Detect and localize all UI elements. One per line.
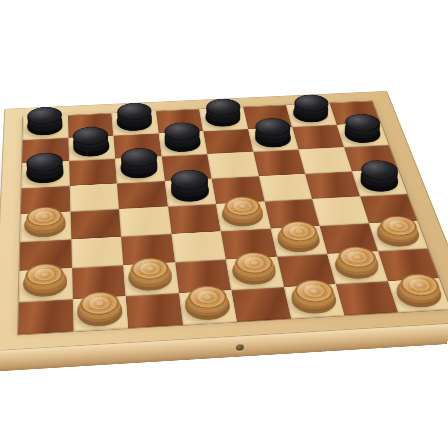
square-c7[interactable] [123, 262, 178, 295]
wood-checker-h8[interactable] [394, 282, 443, 309]
clasp-screw-hole [236, 344, 244, 351]
wood-checker-b8[interactable] [78, 300, 121, 328]
square-h8[interactable] [387, 278, 448, 312]
square-h4[interactable] [351, 169, 407, 197]
square-g1[interactable] [286, 103, 336, 127]
square-g4[interactable] [305, 171, 360, 199]
square-f6[interactable] [270, 226, 327, 257]
black-checker-c3[interactable] [120, 159, 158, 180]
square-d6[interactable] [171, 231, 226, 262]
black-checker-g1[interactable] [291, 105, 330, 124]
square-c4[interactable] [117, 181, 168, 209]
square-h2[interactable] [336, 122, 388, 147]
square-c8[interactable] [126, 293, 183, 328]
square-e1[interactable] [199, 107, 247, 131]
square-e7[interactable] [226, 257, 284, 290]
square-b8[interactable] [72, 296, 128, 332]
black-checker-h2[interactable] [342, 125, 383, 144]
square-e5[interactable] [216, 201, 270, 231]
board-grid [18, 101, 448, 335]
square-b5[interactable] [70, 209, 121, 239]
wood-checker-e7[interactable] [232, 260, 277, 286]
square-d2[interactable] [158, 131, 207, 156]
wood-checker-f6[interactable] [276, 229, 320, 253]
square-e2[interactable] [203, 129, 253, 154]
black-checker-h4[interactable] [357, 172, 400, 194]
square-a3[interactable] [21, 161, 69, 188]
square-c1[interactable] [112, 111, 159, 135]
square-e8[interactable] [231, 287, 291, 322]
black-checker-c1[interactable] [117, 114, 153, 133]
square-f8[interactable] [284, 284, 345, 319]
square-g2[interactable] [292, 125, 344, 150]
square-f3[interactable] [253, 150, 305, 176]
square-c3[interactable] [115, 156, 164, 183]
square-e3[interactable] [207, 152, 258, 179]
square-g5[interactable] [312, 196, 368, 225]
wood-checker-c7[interactable] [129, 266, 172, 292]
square-a5[interactable] [20, 212, 71, 242]
square-b4[interactable] [69, 183, 119, 211]
square-a7[interactable] [19, 268, 73, 302]
wood-checker-a5[interactable] [26, 215, 65, 239]
black-checker-a3[interactable] [27, 164, 64, 185]
black-checker-d4[interactable] [170, 181, 210, 203]
wood-checker-g7[interactable] [334, 255, 381, 281]
wood-checker-h6[interactable] [375, 224, 421, 248]
square-a1[interactable] [23, 115, 68, 139]
black-checker-e1[interactable] [204, 110, 242, 129]
square-a8[interactable] [18, 299, 73, 335]
black-checker-b2[interactable] [73, 138, 110, 158]
black-checker-a1[interactable] [28, 118, 63, 137]
square-c5[interactable] [119, 207, 171, 237]
wood-checker-a7[interactable] [25, 272, 67, 298]
square-g3[interactable] [298, 147, 351, 173]
black-checker-f2[interactable] [253, 129, 293, 149]
wood-checker-d8[interactable] [185, 294, 230, 322]
square-f4[interactable] [258, 174, 312, 202]
wood-checker-f8[interactable] [290, 288, 337, 315]
square-b3[interactable] [69, 159, 117, 186]
checkers-board [0, 91, 448, 351]
square-b6[interactable] [71, 236, 123, 268]
square-d8[interactable] [179, 290, 237, 325]
square-h6[interactable] [368, 220, 427, 251]
square-f2[interactable] [248, 127, 299, 152]
black-checker-d2[interactable] [164, 134, 202, 154]
square-g7[interactable] [327, 251, 387, 284]
product-photo-scene [0, 0, 448, 448]
wood-checker-e5[interactable] [222, 205, 264, 228]
square-d4[interactable] [164, 178, 216, 206]
square-d5[interactable] [168, 204, 221, 234]
square-b2[interactable] [68, 135, 115, 161]
